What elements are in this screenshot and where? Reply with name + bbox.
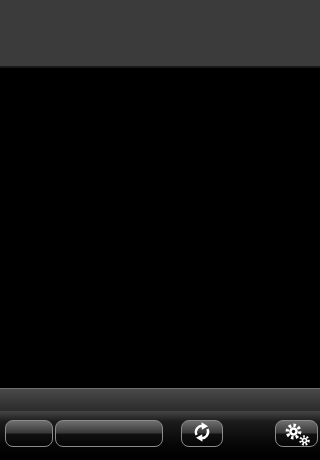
switch-sides-button[interactable] xyxy=(181,420,223,447)
switch-arrows-icon xyxy=(191,421,213,446)
captured-white-pieces-row xyxy=(0,34,320,64)
gears-icon xyxy=(285,423,309,445)
captured-pieces-area xyxy=(0,0,320,66)
menu-button[interactable] xyxy=(5,420,53,447)
toolbar xyxy=(0,411,320,459)
captured-black-pieces-row xyxy=(0,0,320,34)
take-back-move-button[interactable] xyxy=(55,420,163,447)
clock-bar xyxy=(0,388,320,411)
settings-button[interactable] xyxy=(275,420,318,447)
chess-board[interactable] xyxy=(0,68,320,388)
